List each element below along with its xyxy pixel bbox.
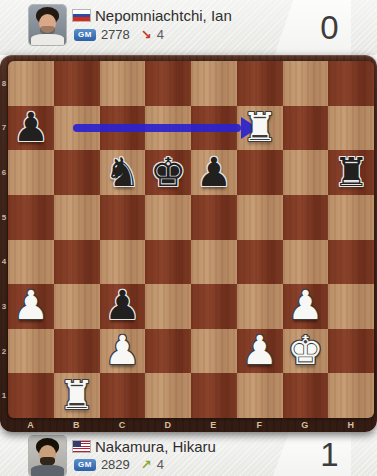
square-b6[interactable] (54, 150, 100, 195)
gm-title-badge: GM (74, 29, 96, 41)
square-c1[interactable] (100, 373, 146, 418)
file-label-A: A (8, 418, 54, 432)
piece-wP-c2[interactable]: ♟ (104, 328, 140, 372)
piece-wR-b1[interactable]: ♜ (59, 373, 95, 417)
square-g1[interactable] (283, 373, 329, 418)
gm-title-badge: GM (74, 459, 96, 471)
square-a6[interactable] (8, 150, 54, 195)
square-f4[interactable] (237, 240, 283, 285)
chess-board: 87654321 ABCDEFGH ♟♜♞♚♟♜♟♟♟♟♟♚♜ (0, 55, 377, 432)
usa-flag-icon (73, 441, 90, 452)
top-player-rating: 2778 (101, 27, 130, 42)
square-g3[interactable]: ♟ (283, 284, 329, 329)
bottom-rating-change: 4 (157, 457, 164, 472)
square-e1[interactable] (191, 373, 237, 418)
square-a1[interactable] (8, 373, 54, 418)
square-b8[interactable] (54, 61, 100, 106)
russia-flag-icon (73, 10, 90, 21)
square-h2[interactable] (328, 329, 374, 374)
rank-label-3: 3 (0, 284, 8, 329)
piece-bN-c6[interactable]: ♞ (104, 150, 140, 194)
square-e6[interactable]: ♟ (191, 150, 237, 195)
piece-wR-f7[interactable]: ♜ (242, 105, 278, 149)
top-player-avatar (29, 5, 66, 45)
square-f3[interactable] (237, 284, 283, 329)
square-a2[interactable] (8, 329, 54, 374)
square-e8[interactable] (191, 61, 237, 106)
square-h3[interactable] (328, 284, 374, 329)
square-h5[interactable] (328, 195, 374, 240)
square-c3[interactable]: ♟ (100, 284, 146, 329)
piece-bP-a7[interactable]: ♟ (13, 105, 49, 149)
square-d6[interactable]: ♚ (145, 150, 191, 195)
rating-trend-down-icon: ↘ (141, 27, 152, 42)
bottom-player-bar[interactable]: 1 Nakamura, Hikaru GM 2829 ↗ 4 (0, 432, 377, 476)
piece-wK-g2[interactable]: ♚ (287, 328, 323, 372)
square-g5[interactable] (283, 195, 329, 240)
square-b2[interactable] (54, 329, 100, 374)
bottom-score: 1 (320, 438, 338, 471)
piece-bR-h6[interactable]: ♜ (333, 150, 369, 194)
rank-label-7: 7 (0, 106, 8, 151)
square-c6[interactable]: ♞ (100, 150, 146, 195)
file-label-F: F (237, 418, 283, 432)
square-g4[interactable] (283, 240, 329, 285)
piece-bP-e6[interactable]: ♟ (196, 150, 232, 194)
rank-label-5: 5 (0, 195, 8, 240)
square-e2[interactable] (191, 329, 237, 374)
top-player-name: Nepomniachtchi, Ian (95, 7, 232, 24)
top-player-meta: GM 2778 ↘ 4 (74, 27, 164, 42)
square-a4[interactable] (8, 240, 54, 285)
square-f8[interactable] (237, 61, 283, 106)
square-d8[interactable] (145, 61, 191, 106)
square-a3[interactable]: ♟ (8, 284, 54, 329)
rank-labels: 87654321 (0, 61, 8, 418)
square-h8[interactable] (328, 61, 374, 106)
rank-label-8: 8 (0, 61, 8, 106)
square-d4[interactable] (145, 240, 191, 285)
top-score-wedge: 0 (256, 0, 377, 55)
bottom-player-name: Nakamura, Hikaru (95, 438, 216, 455)
square-e4[interactable] (191, 240, 237, 285)
avatar-shirt (31, 34, 64, 45)
file-label-C: C (100, 418, 146, 432)
square-f7[interactable]: ♜ (237, 106, 283, 151)
rank-label-6: 6 (0, 150, 8, 195)
file-label-E: E (191, 418, 237, 432)
square-f5[interactable] (237, 195, 283, 240)
square-f2[interactable]: ♟ (237, 329, 283, 374)
square-h7[interactable] (328, 106, 374, 151)
square-g6[interactable] (283, 150, 329, 195)
bottom-player-rating: 2829 (101, 457, 130, 472)
file-label-B: B (54, 418, 100, 432)
file-label-D: D (145, 418, 191, 432)
square-e5[interactable] (191, 195, 237, 240)
square-b3[interactable] (54, 284, 100, 329)
square-d3[interactable] (145, 284, 191, 329)
file-label-G: G (283, 418, 329, 432)
square-c5[interactable] (100, 195, 146, 240)
square-b1[interactable]: ♜ (54, 373, 100, 418)
board-grid: ♟♜♞♚♟♜♟♟♟♟♟♚♜ (8, 61, 374, 418)
rating-trend-up-icon: ↗ (141, 457, 152, 472)
piece-wP-f2[interactable]: ♟ (242, 328, 278, 372)
square-f6[interactable] (237, 150, 283, 195)
square-g7[interactable] (283, 106, 329, 151)
top-player-bar[interactable]: 0 Nepomniachtchi, Ian GM 2778 ↘ 4 (0, 0, 377, 55)
bottom-player-meta: GM 2829 ↗ 4 (74, 457, 164, 472)
square-h6[interactable]: ♜ (328, 150, 374, 195)
top-score: 0 (320, 11, 338, 44)
square-c2[interactable]: ♟ (100, 329, 146, 374)
rank-label-4: 4 (0, 240, 8, 285)
square-d5[interactable] (145, 195, 191, 240)
move-arrow-line (73, 124, 241, 132)
piece-wP-a3[interactable]: ♟ (13, 283, 49, 327)
square-g2[interactable]: ♚ (283, 329, 329, 374)
square-g8[interactable] (283, 61, 329, 106)
avatar-shirt (31, 465, 64, 476)
rank-label-2: 2 (0, 329, 8, 374)
bottom-player-avatar (29, 436, 66, 476)
square-a5[interactable] (8, 195, 54, 240)
top-rating-change: 4 (157, 27, 164, 42)
square-a8[interactable] (8, 61, 54, 106)
square-a7[interactable]: ♟ (8, 106, 54, 151)
file-labels: ABCDEFGH (8, 418, 374, 432)
piece-bP-c3[interactable]: ♟ (104, 283, 140, 327)
piece-wP-g3[interactable]: ♟ (287, 283, 323, 327)
file-label-H: H (328, 418, 374, 432)
square-e3[interactable] (191, 284, 237, 329)
square-h1[interactable] (328, 373, 374, 418)
square-b4[interactable] (54, 240, 100, 285)
piece-bK-d6[interactable]: ♚ (150, 150, 186, 194)
square-c4[interactable] (100, 240, 146, 285)
bottom-score-wedge: 1 (256, 432, 377, 476)
square-f1[interactable] (237, 373, 283, 418)
square-d1[interactable] (145, 373, 191, 418)
square-d2[interactable] (145, 329, 191, 374)
rank-label-1: 1 (0, 373, 8, 418)
square-b5[interactable] (54, 195, 100, 240)
square-h4[interactable] (328, 240, 374, 285)
square-c8[interactable] (100, 61, 146, 106)
